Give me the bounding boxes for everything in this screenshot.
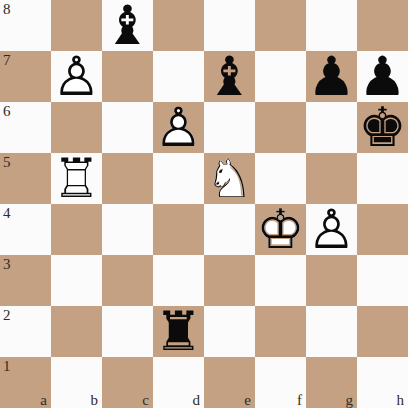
square-e8[interactable]: [204, 0, 255, 51]
rank-label-2: 2: [3, 306, 11, 325]
piece-black-pawn[interactable]: ♟: [357, 51, 408, 102]
piece-white-king[interactable]: ♚♔: [255, 204, 306, 255]
rank-label-4: 4: [3, 204, 11, 223]
rank-label-8: 8: [3, 0, 11, 19]
square-a5[interactable]: 5: [0, 153, 51, 204]
square-f7[interactable]: [255, 51, 306, 102]
black-bishop-glyph: ♝: [204, 51, 255, 102]
square-b7[interactable]: ♟♙: [51, 51, 102, 102]
square-a1[interactable]: 1a: [0, 357, 51, 408]
black-pawn-glyph: ♟: [306, 51, 357, 102]
piece-black-bishop[interactable]: ♝: [102, 0, 153, 51]
square-g8[interactable]: [306, 0, 357, 51]
file-label-h: h: [397, 392, 405, 408]
square-h6[interactable]: ♚: [357, 102, 408, 153]
chess-diagram: 8♝7♟♙♝♟♟6♟♙♚5♜♖♞♘4♚♔♟♙32♜1abcdefgh: [0, 0, 408, 408]
square-g2[interactable]: [306, 306, 357, 357]
piece-white-pawn[interactable]: ♟♙: [153, 102, 204, 153]
file-label-g: g: [346, 392, 354, 408]
square-a4[interactable]: 4: [0, 204, 51, 255]
piece-black-king[interactable]: ♚: [357, 102, 408, 153]
square-e1[interactable]: e: [204, 357, 255, 408]
piece-black-rook[interactable]: ♜: [153, 306, 204, 357]
square-a6[interactable]: 6: [0, 102, 51, 153]
white-pawn-outline: ♙: [306, 204, 357, 255]
piece-white-pawn[interactable]: ♟♙: [306, 204, 357, 255]
square-f6[interactable]: [255, 102, 306, 153]
black-king-glyph: ♚: [357, 102, 408, 153]
square-g7[interactable]: ♟: [306, 51, 357, 102]
piece-black-pawn[interactable]: ♟: [306, 51, 357, 102]
file-label-a: a: [40, 392, 47, 408]
square-h4[interactable]: [357, 204, 408, 255]
square-f1[interactable]: f: [255, 357, 306, 408]
square-c2[interactable]: [102, 306, 153, 357]
square-h3[interactable]: [357, 255, 408, 306]
square-b1[interactable]: b: [51, 357, 102, 408]
square-d5[interactable]: [153, 153, 204, 204]
square-c6[interactable]: [102, 102, 153, 153]
square-f4[interactable]: ♚♔: [255, 204, 306, 255]
black-bishop-glyph: ♝: [102, 0, 153, 51]
black-pawn-glyph: ♟: [357, 51, 408, 102]
square-d7[interactable]: [153, 51, 204, 102]
square-h5[interactable]: [357, 153, 408, 204]
file-label-e: e: [244, 392, 251, 408]
square-b8[interactable]: [51, 0, 102, 51]
square-e5[interactable]: ♞♘: [204, 153, 255, 204]
square-h2[interactable]: [357, 306, 408, 357]
rank-label-3: 3: [3, 255, 11, 274]
rank-label-1: 1: [3, 357, 11, 376]
square-b3[interactable]: [51, 255, 102, 306]
square-a7[interactable]: 7: [0, 51, 51, 102]
square-d8[interactable]: [153, 0, 204, 51]
square-a8[interactable]: 8: [0, 0, 51, 51]
white-pawn-outline: ♙: [153, 102, 204, 153]
square-g4[interactable]: ♟♙: [306, 204, 357, 255]
file-label-b: b: [91, 392, 99, 408]
white-knight-outline: ♘: [204, 153, 255, 204]
square-b4[interactable]: [51, 204, 102, 255]
square-c7[interactable]: [102, 51, 153, 102]
square-g6[interactable]: [306, 102, 357, 153]
square-d3[interactable]: [153, 255, 204, 306]
square-a2[interactable]: 2: [0, 306, 51, 357]
square-g3[interactable]: [306, 255, 357, 306]
rank-label-6: 6: [3, 102, 11, 121]
square-c3[interactable]: [102, 255, 153, 306]
file-label-f: f: [297, 392, 302, 408]
square-f3[interactable]: [255, 255, 306, 306]
square-f2[interactable]: [255, 306, 306, 357]
rank-label-7: 7: [3, 51, 11, 70]
square-d2[interactable]: ♜: [153, 306, 204, 357]
white-rook-outline: ♖: [51, 153, 102, 204]
square-c5[interactable]: [102, 153, 153, 204]
white-king-outline: ♔: [255, 204, 306, 255]
rank-label-5: 5: [3, 153, 11, 172]
square-e3[interactable]: [204, 255, 255, 306]
square-f8[interactable]: [255, 0, 306, 51]
square-h8[interactable]: [357, 0, 408, 51]
piece-black-bishop[interactable]: ♝: [204, 51, 255, 102]
square-g5[interactable]: [306, 153, 357, 204]
chess-board: 8♝7♟♙♝♟♟6♟♙♚5♜♖♞♘4♚♔♟♙32♜1abcdefgh: [0, 0, 408, 408]
square-e4[interactable]: [204, 204, 255, 255]
square-a3[interactable]: 3: [0, 255, 51, 306]
square-d6[interactable]: ♟♙: [153, 102, 204, 153]
piece-white-pawn[interactable]: ♟♙: [51, 51, 102, 102]
square-h7[interactable]: ♟: [357, 51, 408, 102]
square-d4[interactable]: [153, 204, 204, 255]
piece-white-knight[interactable]: ♞♘: [204, 153, 255, 204]
file-label-c: c: [142, 392, 149, 408]
square-e6[interactable]: [204, 102, 255, 153]
black-rook-glyph: ♜: [153, 306, 204, 357]
piece-white-rook[interactable]: ♜♖: [51, 153, 102, 204]
square-b5[interactable]: ♜♖: [51, 153, 102, 204]
square-b6[interactable]: [51, 102, 102, 153]
file-label-d: d: [193, 392, 201, 408]
square-b2[interactable]: [51, 306, 102, 357]
square-g1[interactable]: g: [306, 357, 357, 408]
square-e2[interactable]: [204, 306, 255, 357]
square-h1[interactable]: h: [357, 357, 408, 408]
square-d1[interactable]: d: [153, 357, 204, 408]
square-c1[interactable]: c: [102, 357, 153, 408]
white-pawn-outline: ♙: [51, 51, 102, 102]
square-e7[interactable]: ♝: [204, 51, 255, 102]
square-c4[interactable]: [102, 204, 153, 255]
square-c8[interactable]: ♝: [102, 0, 153, 51]
square-f5[interactable]: [255, 153, 306, 204]
